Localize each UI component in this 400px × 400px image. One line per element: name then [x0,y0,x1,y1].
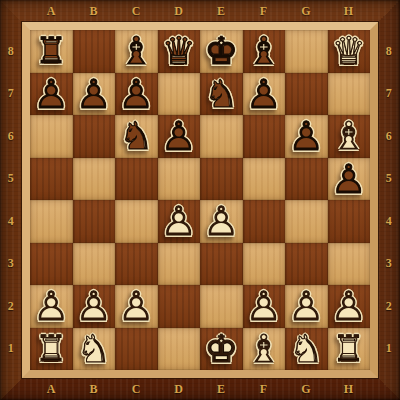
file-label-d: D [158,378,201,400]
file-label-d: D [158,0,201,22]
white-queen[interactable]: ♛♕ [332,32,366,70]
square-h3[interactable] [328,243,371,286]
square-b6[interactable] [73,115,116,158]
black-bishop[interactable]: ♝♗ [247,32,281,70]
pawn-glyph-outline: ♙ [203,201,239,241]
square-f5[interactable] [243,158,286,201]
queen-glyph-outline: ♕ [162,32,196,70]
pawn-glyph-outline: ♙ [118,286,154,326]
pawn-glyph-outline: ♙ [331,286,367,326]
black-pawn[interactable]: ♟♙ [76,74,112,114]
square-e7[interactable]: ♞♘ [200,73,243,116]
file-label-h: H [328,0,371,22]
file-label-f: F [243,378,286,400]
king-glyph-outline: ♔ [204,330,238,368]
square-g1[interactable]: ♞♘ [285,328,328,371]
board: ♜♖♝♗♛♕♚♔♝♗♛♕♟♙♟♙♟♙♞♘♟♙♞♘♟♙♟♙♝♗♟♙♟♙♟♙♟♙♟♙… [30,30,370,370]
square-f3[interactable] [243,243,286,286]
rook-glyph-outline: ♖ [35,331,67,367]
rank-label-2: 2 [0,285,22,328]
bishop-glyph-outline: ♗ [247,330,281,368]
square-c5[interactable] [115,158,158,201]
square-a4[interactable] [30,200,73,243]
pawn-glyph-outline: ♙ [288,286,324,326]
square-f8[interactable]: ♝♗ [243,30,286,73]
square-a1[interactable]: ♜♖ [30,328,73,371]
square-b5[interactable] [73,158,116,201]
square-b7[interactable]: ♟♙ [73,73,116,116]
square-h5[interactable]: ♟♙ [328,158,371,201]
file-label-b: B [73,0,116,22]
square-g3[interactable] [285,243,328,286]
white-knight[interactable]: ♞♘ [289,330,323,368]
file-label-h: H [328,378,371,400]
black-queen[interactable]: ♛♕ [162,32,196,70]
square-c2[interactable]: ♟♙ [115,285,158,328]
white-king[interactable]: ♚♔ [204,330,238,368]
white-pawn[interactable]: ♟♙ [203,201,239,241]
square-d4[interactable]: ♟♙ [158,200,201,243]
pawn-glyph-outline: ♙ [161,116,197,156]
white-pawn[interactable]: ♟♙ [118,286,154,326]
square-e4[interactable]: ♟♙ [200,200,243,243]
file-label-b: B [73,378,116,400]
file-labels-bottom: ABCDEFGH [30,378,370,400]
white-pawn[interactable]: ♟♙ [76,286,112,326]
square-h8[interactable]: ♛♕ [328,30,371,73]
file-label-e: E [200,0,243,22]
rank-label-1: 1 [0,328,22,371]
square-g2[interactable]: ♟♙ [285,285,328,328]
square-f2[interactable]: ♟♙ [243,285,286,328]
square-d3[interactable] [158,243,201,286]
black-pawn[interactable]: ♟♙ [161,116,197,156]
rank-label-1: 1 [378,328,400,371]
knight-glyph-outline: ♘ [289,330,323,368]
black-king[interactable]: ♚♔ [204,32,238,70]
square-e3[interactable] [200,243,243,286]
square-h7[interactable] [328,73,371,116]
file-label-a: A [30,378,73,400]
file-labels-top: ABCDEFGH [30,0,370,22]
black-pawn[interactable]: ♟♙ [33,74,69,114]
black-pawn[interactable]: ♟♙ [246,74,282,114]
black-pawn[interactable]: ♟♙ [288,116,324,156]
square-c4[interactable] [115,200,158,243]
rook-glyph-outline: ♖ [333,331,365,367]
rank-label-2: 2 [378,285,400,328]
rank-label-4: 4 [378,200,400,243]
rank-labels-right: 87654321 [378,30,400,370]
square-c1[interactable] [115,328,158,371]
bishop-glyph-outline: ♗ [247,32,281,70]
square-g7[interactable] [285,73,328,116]
black-bishop[interactable]: ♝♗ [119,32,153,70]
square-f7[interactable]: ♟♙ [243,73,286,116]
square-d6[interactable]: ♟♙ [158,115,201,158]
square-h6[interactable]: ♝♗ [328,115,371,158]
square-b1[interactable]: ♞♘ [73,328,116,371]
rank-label-6: 6 [0,115,22,158]
black-pawn[interactable]: ♟♙ [331,159,367,199]
square-b3[interactable] [73,243,116,286]
pawn-glyph-outline: ♙ [33,74,69,114]
white-pawn[interactable]: ♟♙ [246,286,282,326]
white-rook[interactable]: ♜♖ [333,331,365,367]
white-pawn[interactable]: ♟♙ [33,286,69,326]
square-c6[interactable]: ♞♘ [115,115,158,158]
knight-glyph-outline: ♘ [204,75,238,113]
pawn-glyph-outline: ♙ [161,201,197,241]
pawn-glyph-outline: ♙ [246,286,282,326]
square-c7[interactable]: ♟♙ [115,73,158,116]
square-g4[interactable] [285,200,328,243]
rank-label-8: 8 [0,30,22,73]
bishop-glyph-outline: ♗ [332,117,366,155]
white-knight[interactable]: ♞♘ [77,330,111,368]
white-bishop[interactable]: ♝♗ [247,330,281,368]
square-g6[interactable]: ♟♙ [285,115,328,158]
white-bishop[interactable]: ♝♗ [332,117,366,155]
file-label-g: G [285,378,328,400]
square-e5[interactable] [200,158,243,201]
knight-glyph-outline: ♘ [77,330,111,368]
white-pawn[interactable]: ♟♙ [288,286,324,326]
square-a7[interactable]: ♟♙ [30,73,73,116]
black-pawn[interactable]: ♟♙ [118,74,154,114]
square-c8[interactable]: ♝♗ [115,30,158,73]
white-rook[interactable]: ♜♖ [35,331,67,367]
white-pawn[interactable]: ♟♙ [161,201,197,241]
pawn-glyph-outline: ♙ [288,116,324,156]
rank-label-3: 3 [378,243,400,286]
queen-glyph-outline: ♕ [332,32,366,70]
square-e1[interactable]: ♚♔ [200,328,243,371]
square-f1[interactable]: ♝♗ [243,328,286,371]
black-knight[interactable]: ♞♘ [119,117,153,155]
square-e8[interactable]: ♚♔ [200,30,243,73]
chess-board-window: ABCDEFGH ABCDEFGH 87654321 87654321 ♜♖♝♗… [0,0,400,400]
square-d1[interactable] [158,328,201,371]
file-label-c: C [115,0,158,22]
black-knight[interactable]: ♞♘ [204,75,238,113]
square-h2[interactable]: ♟♙ [328,285,371,328]
square-e2[interactable] [200,285,243,328]
square-c3[interactable] [115,243,158,286]
square-g8[interactable] [285,30,328,73]
pawn-glyph-outline: ♙ [76,74,112,114]
pawn-glyph-outline: ♙ [246,74,282,114]
black-rook[interactable]: ♜♖ [35,33,67,69]
file-label-e: E [200,378,243,400]
pawn-glyph-outline: ♙ [33,286,69,326]
rank-label-3: 3 [0,243,22,286]
square-a8[interactable]: ♜♖ [30,30,73,73]
square-a3[interactable] [30,243,73,286]
rank-label-5: 5 [0,158,22,201]
rank-label-4: 4 [0,200,22,243]
rank-label-6: 6 [378,115,400,158]
square-a6[interactable] [30,115,73,158]
rank-label-5: 5 [378,158,400,201]
square-f6[interactable] [243,115,286,158]
pawn-glyph-outline: ♙ [331,159,367,199]
file-label-a: A [30,0,73,22]
file-label-g: G [285,0,328,22]
pawn-glyph-outline: ♙ [118,74,154,114]
rank-label-7: 7 [378,73,400,116]
square-f4[interactable] [243,200,286,243]
square-b2[interactable]: ♟♙ [73,285,116,328]
square-b4[interactable] [73,200,116,243]
bishop-glyph-outline: ♗ [119,32,153,70]
square-d8[interactable]: ♛♕ [158,30,201,73]
rank-label-8: 8 [378,30,400,73]
square-d7[interactable] [158,73,201,116]
square-e6[interactable] [200,115,243,158]
square-d5[interactable] [158,158,201,201]
square-h1[interactable]: ♜♖ [328,328,371,371]
file-label-f: F [243,0,286,22]
square-h4[interactable] [328,200,371,243]
knight-glyph-outline: ♘ [119,117,153,155]
square-d2[interactable] [158,285,201,328]
king-glyph-outline: ♔ [204,32,238,70]
square-g5[interactable] [285,158,328,201]
file-label-c: C [115,378,158,400]
rank-label-7: 7 [0,73,22,116]
square-a5[interactable] [30,158,73,201]
rook-glyph-outline: ♖ [35,33,67,69]
rank-labels-left: 87654321 [0,30,22,370]
white-pawn[interactable]: ♟♙ [331,286,367,326]
square-a2[interactable]: ♟♙ [30,285,73,328]
pawn-glyph-outline: ♙ [76,286,112,326]
square-b8[interactable] [73,30,116,73]
